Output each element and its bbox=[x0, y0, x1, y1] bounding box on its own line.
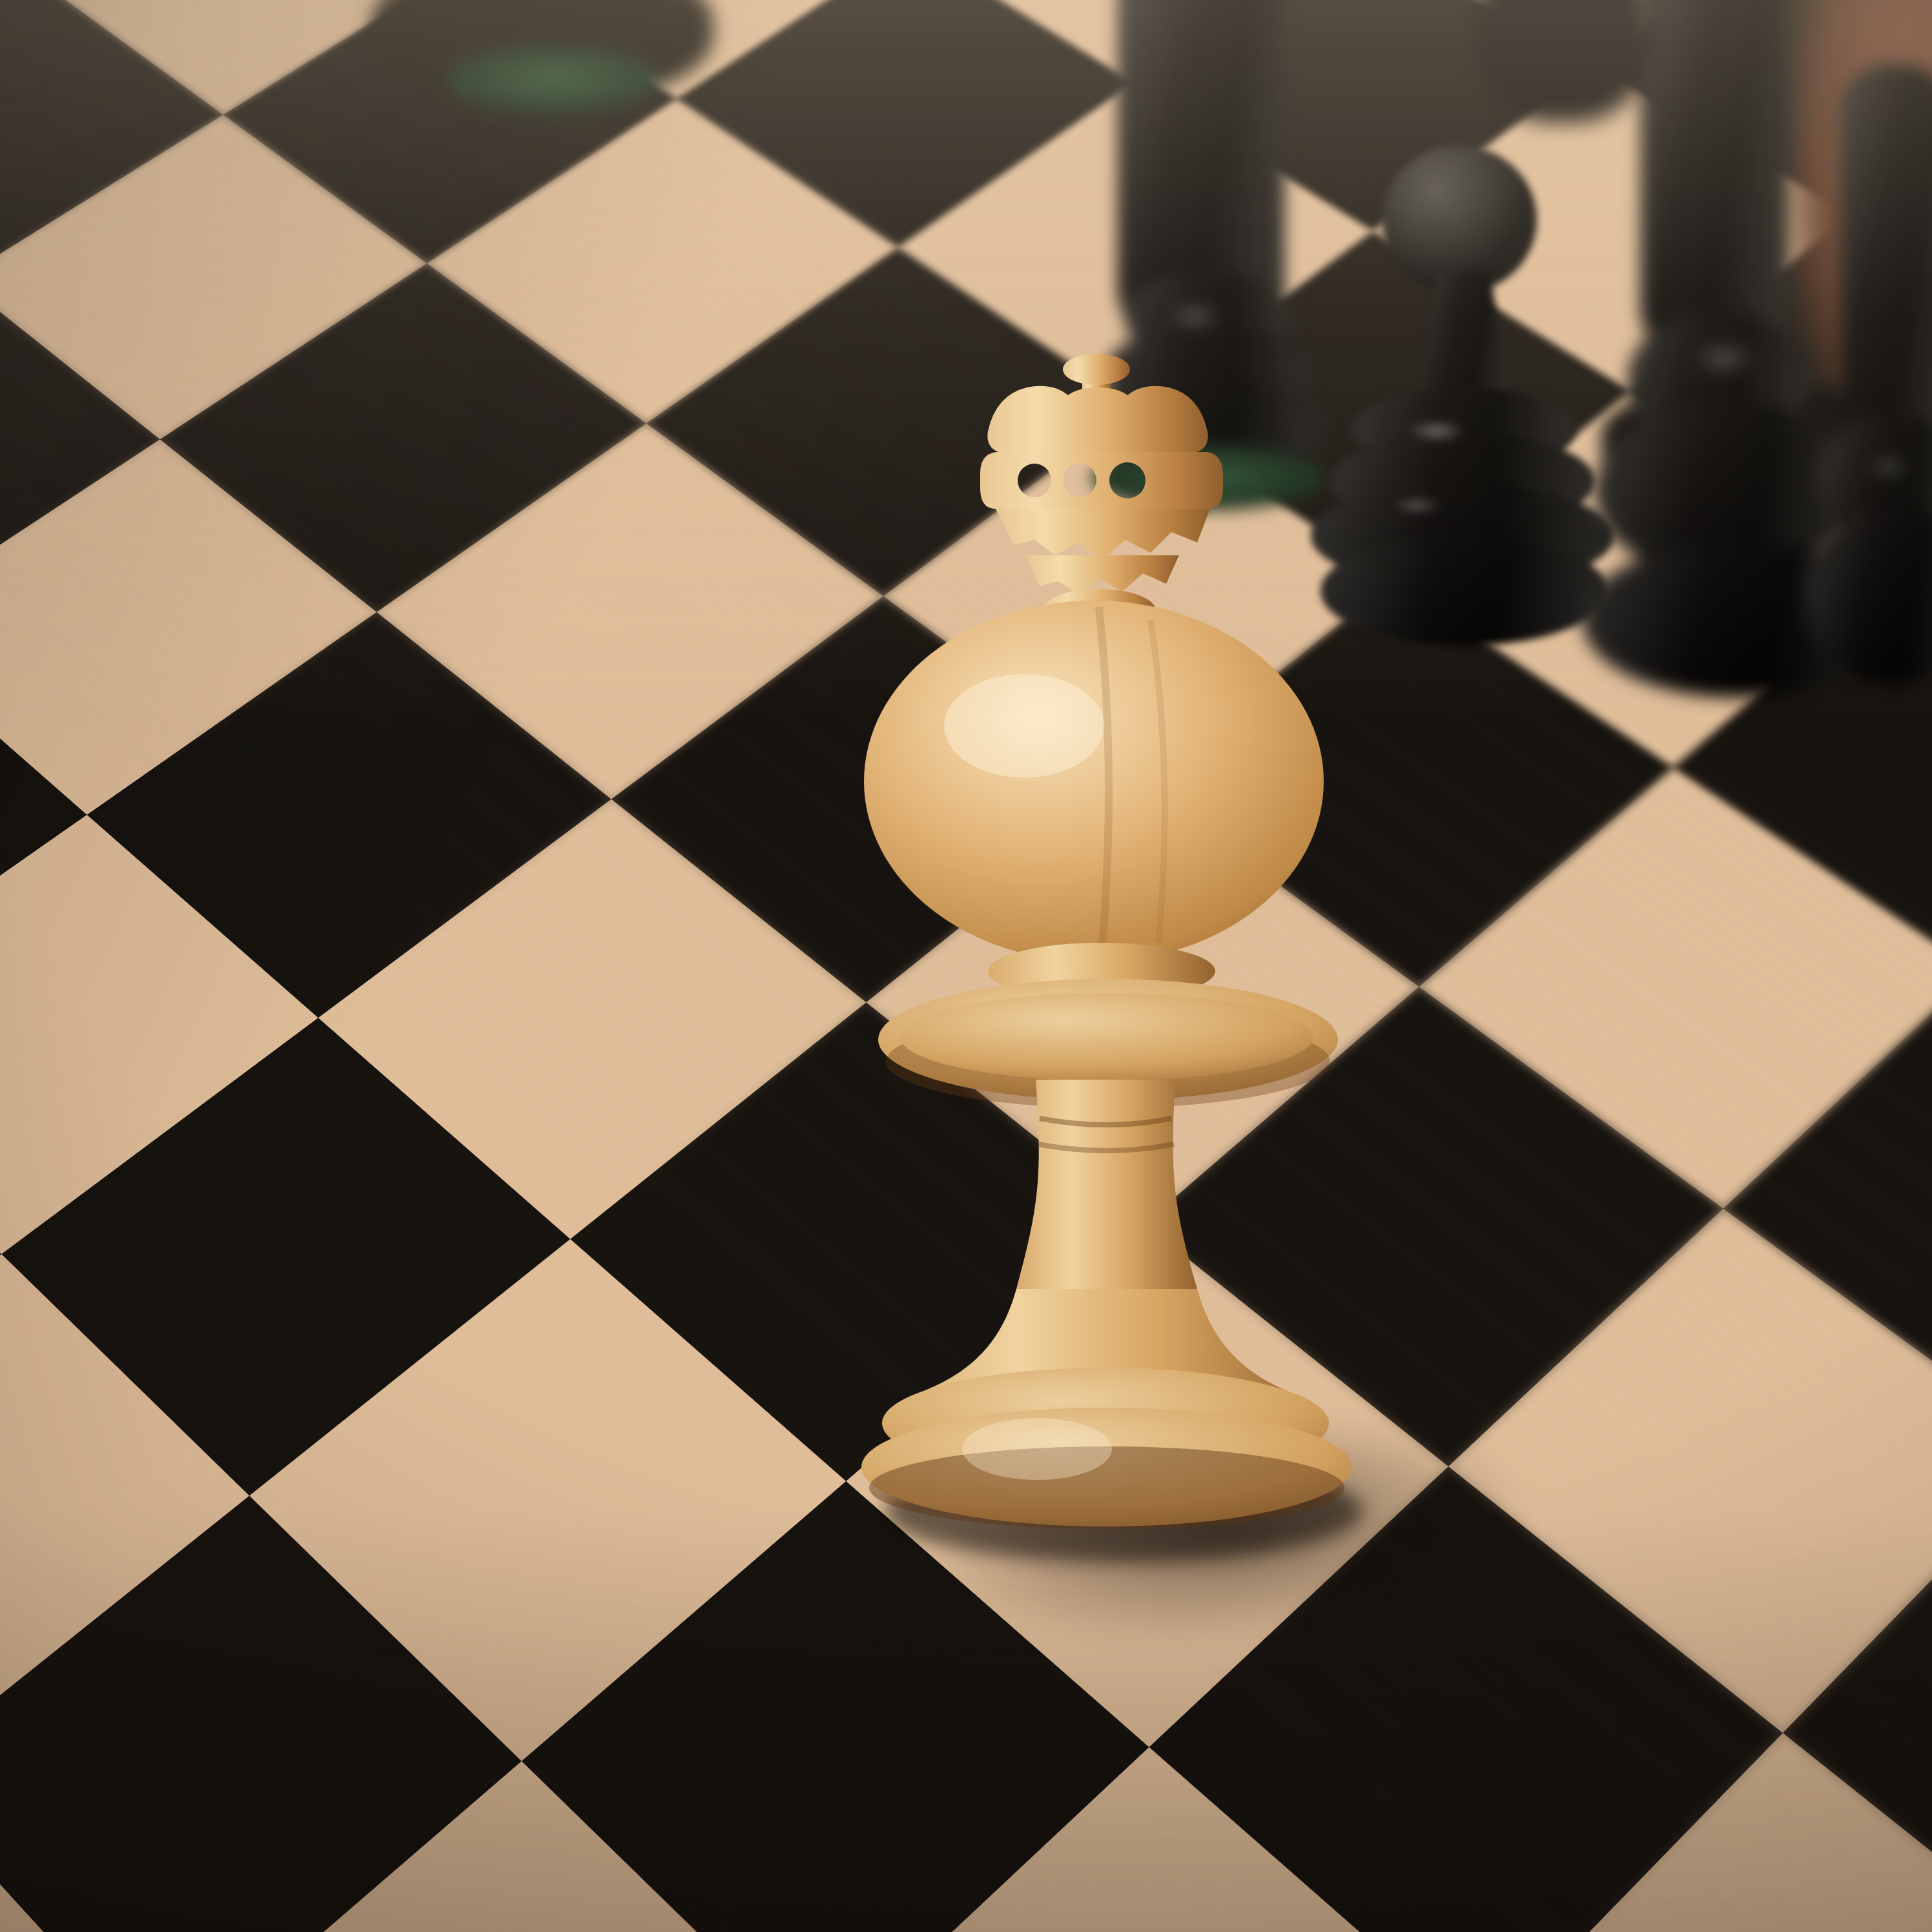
photo-vignette bbox=[0, 0, 1932, 1932]
chess-photo-scene bbox=[0, 0, 1932, 1932]
